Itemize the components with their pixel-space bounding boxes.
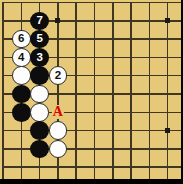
- go-board[interactable]: 765432A: [0, 0, 183, 184]
- move-number: 3: [36, 52, 42, 64]
- point-label-A[interactable]: A: [52, 105, 64, 119]
- black-stone: [12, 85, 31, 104]
- grid-line-vertical: [75, 2, 77, 179]
- image-right-border: [181, 0, 183, 184]
- white-stone: 4: [12, 48, 31, 67]
- move-number: 4: [18, 52, 24, 64]
- grid-line-horizontal: [3, 2, 183, 4]
- grid-line-vertical: [167, 2, 169, 179]
- black-stone: [12, 103, 31, 122]
- black-stone: 3: [30, 48, 49, 67]
- grid-line-vertical: [2, 2, 4, 179]
- move-number: 2: [55, 70, 61, 82]
- grid-line-vertical: [130, 2, 132, 179]
- star-point: [165, 18, 170, 23]
- black-stone: [30, 66, 49, 85]
- white-stone: [49, 140, 68, 159]
- white-stone: [49, 121, 68, 140]
- move-number: 6: [18, 33, 24, 45]
- black-stone: [30, 121, 49, 140]
- white-stone: [30, 103, 49, 122]
- white-stone: 6: [12, 30, 31, 49]
- grid-line-vertical: [94, 2, 96, 179]
- move-number: 5: [36, 33, 42, 45]
- star-point: [165, 128, 170, 133]
- grid-line-horizontal: [3, 166, 183, 168]
- star-point: [55, 18, 60, 23]
- white-stone: [30, 85, 49, 104]
- move-number: 7: [36, 15, 42, 27]
- grid-line-vertical: [149, 2, 151, 179]
- white-stone: [12, 66, 31, 85]
- black-stone: 5: [30, 30, 49, 49]
- image-bottom-border: [0, 179, 183, 184]
- black-stone: 7: [30, 12, 49, 31]
- white-stone: 2: [49, 66, 68, 85]
- grid-line-vertical: [112, 2, 114, 179]
- black-stone: [30, 140, 49, 159]
